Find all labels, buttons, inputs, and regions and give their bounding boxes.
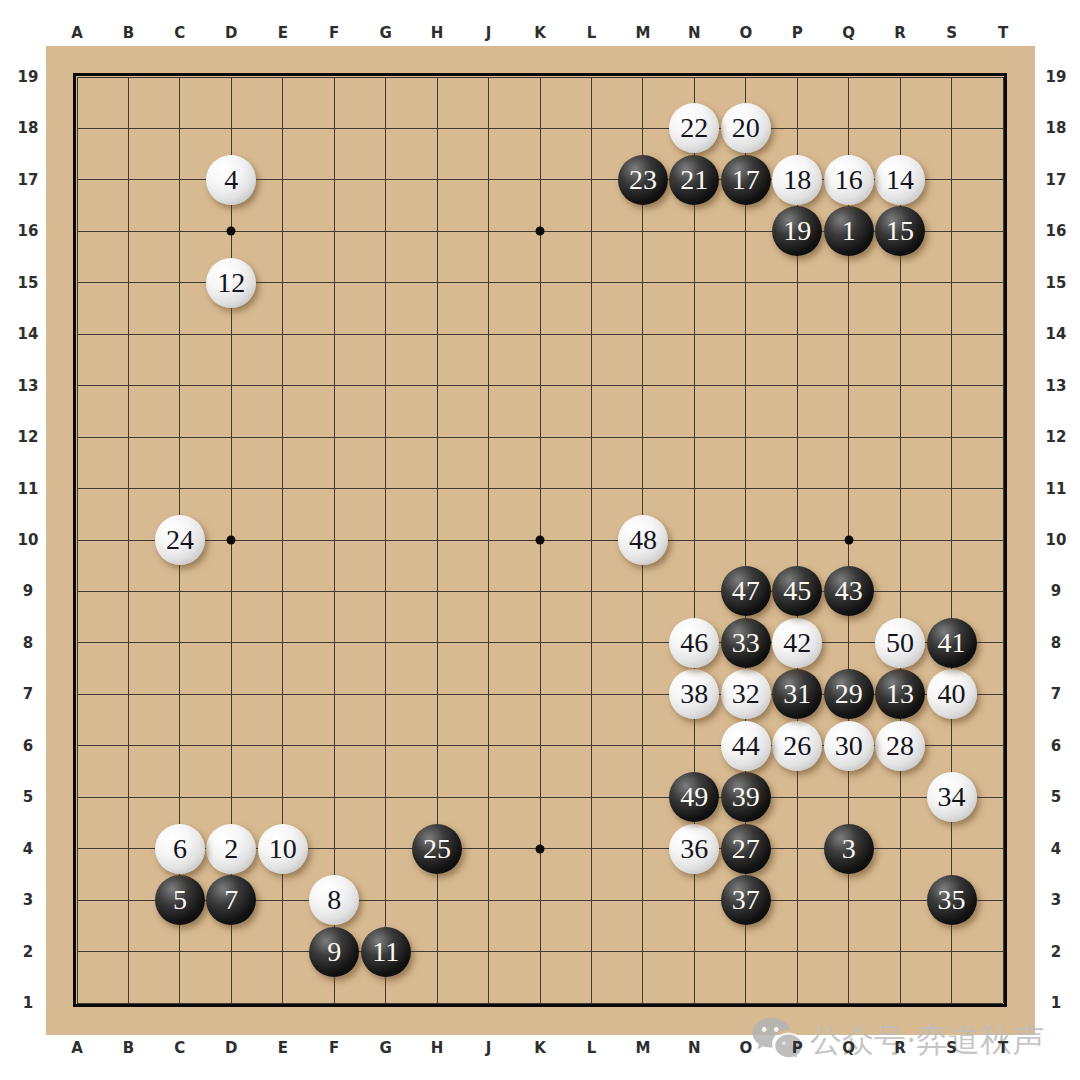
- move-number: 12: [217, 269, 245, 297]
- move-number: 47: [732, 577, 760, 605]
- stone-white: 22: [669, 103, 719, 153]
- row-label-left: 6: [23, 737, 33, 755]
- move-number: 33: [732, 629, 760, 657]
- row-label-right: 12: [1046, 428, 1067, 446]
- stone-white: 46: [669, 618, 719, 668]
- row-label-right: 2: [1051, 943, 1061, 961]
- move-number: 45: [783, 577, 811, 605]
- row-label-left: 16: [18, 222, 39, 240]
- row-label-left: 17: [18, 171, 39, 189]
- grid-line-horizontal: [77, 1003, 1003, 1004]
- stone-black: 17: [721, 155, 771, 205]
- column-label-top: K: [534, 24, 546, 42]
- move-number: 13: [886, 680, 914, 708]
- row-label-right: 9: [1051, 582, 1061, 600]
- column-label-bottom: P: [792, 1039, 803, 1057]
- move-number: 36: [680, 835, 708, 863]
- star-point: [536, 227, 545, 236]
- move-number: 26: [783, 732, 811, 760]
- grid-line-horizontal: [77, 797, 1003, 798]
- move-number: 44: [732, 732, 760, 760]
- row-label-left: 12: [18, 428, 39, 446]
- row-label-left: 10: [18, 531, 39, 549]
- move-number: 28: [886, 732, 914, 760]
- move-number: 6: [173, 835, 187, 863]
- star-point: [844, 536, 853, 545]
- move-number: 16: [835, 166, 863, 194]
- row-label-left: 4: [23, 840, 33, 858]
- move-number: 15: [886, 217, 914, 245]
- move-number: 2: [224, 835, 238, 863]
- stone-white: 42: [772, 618, 822, 668]
- row-label-right: 15: [1046, 274, 1067, 292]
- stone-black: 31: [772, 669, 822, 719]
- move-number: 10: [269, 835, 297, 863]
- row-label-left: 14: [18, 325, 39, 343]
- move-number: 3: [842, 835, 856, 863]
- grid-line-vertical: [1003, 77, 1004, 1003]
- row-label-right: 3: [1051, 891, 1061, 909]
- column-label-top: O: [739, 24, 752, 42]
- column-label-top: B: [123, 24, 134, 42]
- move-number: 18: [783, 166, 811, 194]
- stone-black: 29: [824, 669, 874, 719]
- column-label-top: P: [792, 24, 803, 42]
- column-label-top: T: [998, 24, 1008, 42]
- move-number: 43: [835, 577, 863, 605]
- move-number: 5: [173, 886, 187, 914]
- row-label-left: 13: [18, 377, 39, 395]
- row-label-right: 13: [1046, 377, 1067, 395]
- move-number: 31: [783, 680, 811, 708]
- move-number: 21: [680, 166, 708, 194]
- move-number: 7: [224, 886, 238, 914]
- row-label-left: 15: [18, 274, 39, 292]
- column-label-bottom: Q: [842, 1039, 855, 1057]
- column-label-top: C: [174, 24, 185, 42]
- column-label-top: D: [225, 24, 237, 42]
- stone-white: 28: [875, 721, 925, 771]
- stone-white: 30: [824, 721, 874, 771]
- column-label-bottom: A: [71, 1039, 83, 1057]
- row-label-right: 4: [1051, 840, 1061, 858]
- row-label-left: 11: [18, 480, 39, 498]
- star-point: [536, 844, 545, 853]
- move-number: 27: [732, 835, 760, 863]
- move-number: 32: [732, 680, 760, 708]
- stone-black: 43: [824, 566, 874, 616]
- row-label-right: 8: [1051, 634, 1061, 652]
- stone-black: 25: [412, 824, 462, 874]
- stone-white: 14: [875, 155, 925, 205]
- column-label-top: R: [894, 24, 906, 42]
- move-number: 24: [166, 526, 194, 554]
- stone-white: 26: [772, 721, 822, 771]
- column-label-bottom: D: [225, 1039, 237, 1057]
- row-label-left: 8: [23, 634, 33, 652]
- row-label-left: 5: [23, 788, 33, 806]
- column-label-top: E: [278, 24, 288, 42]
- move-number: 35: [938, 886, 966, 914]
- row-label-right: 19: [1046, 68, 1067, 86]
- column-label-top: Q: [842, 24, 855, 42]
- stone-white: 20: [721, 103, 771, 153]
- move-number: 49: [680, 783, 708, 811]
- move-number: 40: [938, 680, 966, 708]
- row-label-right: 6: [1051, 737, 1061, 755]
- row-label-right: 5: [1051, 788, 1061, 806]
- stone-black: 23: [618, 155, 668, 205]
- stone-white: 8: [309, 875, 359, 925]
- move-number: 20: [732, 114, 760, 142]
- stone-black: 13: [875, 669, 925, 719]
- column-label-bottom: G: [380, 1039, 392, 1057]
- stone-white: 10: [258, 824, 308, 874]
- grid-line-vertical: [591, 77, 592, 1003]
- column-label-bottom: R: [894, 1039, 906, 1057]
- row-label-left: 1: [23, 994, 33, 1012]
- column-label-top: M: [635, 24, 650, 42]
- row-label-left: 18: [18, 119, 39, 137]
- move-number: 19: [783, 217, 811, 245]
- move-number: 25: [423, 835, 451, 863]
- column-label-top: J: [486, 24, 492, 42]
- move-number: 46: [680, 629, 708, 657]
- row-label-left: 9: [23, 582, 33, 600]
- stone-black: 11: [361, 927, 411, 977]
- stone-black: 9: [309, 927, 359, 977]
- stone-white: 6: [155, 824, 205, 874]
- column-label-bottom: J: [486, 1039, 492, 1057]
- column-label-bottom: E: [278, 1039, 288, 1057]
- stone-black: 21: [669, 155, 719, 205]
- column-label-top: L: [587, 24, 597, 42]
- column-label-bottom: K: [534, 1039, 546, 1057]
- row-label-right: 11: [1046, 480, 1067, 498]
- row-label-left: 7: [23, 685, 33, 703]
- column-label-bottom: F: [329, 1039, 339, 1057]
- row-label-left: 19: [18, 68, 39, 86]
- row-label-left: 2: [23, 943, 33, 961]
- stone-black: 15: [875, 206, 925, 256]
- stone-white: 34: [927, 772, 977, 822]
- column-label-bottom: H: [431, 1039, 444, 1057]
- stone-black: 1: [824, 206, 874, 256]
- stone-white: 40: [927, 669, 977, 719]
- stone-white: 44: [721, 721, 771, 771]
- column-label-bottom: C: [174, 1039, 185, 1057]
- move-number: 38: [680, 680, 708, 708]
- stone-black: 33: [721, 618, 771, 668]
- move-number: 9: [327, 938, 341, 966]
- stone-black: 45: [772, 566, 822, 616]
- move-number: 34: [938, 783, 966, 811]
- column-label-bottom: M: [635, 1039, 650, 1057]
- column-label-top: N: [688, 24, 701, 42]
- stone-black: 35: [927, 875, 977, 925]
- column-label-bottom: L: [587, 1039, 597, 1057]
- move-number: 22: [680, 114, 708, 142]
- move-number: 1: [842, 217, 856, 245]
- move-number: 14: [886, 166, 914, 194]
- stone-white: 12: [206, 258, 256, 308]
- stone-white: 18: [772, 155, 822, 205]
- row-label-right: 18: [1046, 119, 1067, 137]
- row-label-right: 10: [1046, 531, 1067, 549]
- star-point: [227, 227, 236, 236]
- column-label-bottom: T: [998, 1039, 1008, 1057]
- stone-white: 16: [824, 155, 874, 205]
- row-label-right: 17: [1046, 171, 1067, 189]
- move-number: 11: [372, 938, 399, 966]
- stone-white: 2: [206, 824, 256, 874]
- move-number: 48: [629, 526, 657, 554]
- column-label-top: F: [329, 24, 339, 42]
- column-label-bottom: O: [739, 1039, 752, 1057]
- stone-black: 47: [721, 566, 771, 616]
- stone-white: 38: [669, 669, 719, 719]
- grid-line-horizontal: [77, 951, 1003, 952]
- column-label-top: A: [71, 24, 83, 42]
- move-number: 4: [224, 166, 238, 194]
- stone-black: 37: [721, 875, 771, 925]
- column-label-bottom: B: [123, 1039, 134, 1057]
- column-label-top: G: [380, 24, 392, 42]
- column-label-bottom: N: [688, 1039, 701, 1057]
- row-label-right: 16: [1046, 222, 1067, 240]
- go-diagram: 1234567891011121314151617181920212223242…: [0, 0, 1080, 1080]
- stone-white: 4: [206, 155, 256, 205]
- move-number: 39: [732, 783, 760, 811]
- row-label-left: 3: [23, 891, 33, 909]
- row-label-right: 1: [1051, 994, 1061, 1012]
- stone-black: 3: [824, 824, 874, 874]
- column-label-top: S: [946, 24, 957, 42]
- stone-black: 19: [772, 206, 822, 256]
- stone-white: 48: [618, 515, 668, 565]
- move-number: 41: [938, 629, 966, 657]
- grid-line-vertical: [951, 77, 952, 1003]
- move-number: 23: [629, 166, 657, 194]
- stone-black: 5: [155, 875, 205, 925]
- stone-white: 32: [721, 669, 771, 719]
- stone-white: 36: [669, 824, 719, 874]
- move-number: 29: [835, 680, 863, 708]
- grid-line-horizontal: [77, 642, 1003, 643]
- move-number: 37: [732, 886, 760, 914]
- column-label-top: H: [431, 24, 444, 42]
- goban: 1234567891011121314151617181920212223242…: [46, 46, 1035, 1035]
- stone-white: 24: [155, 515, 205, 565]
- star-point: [227, 536, 236, 545]
- stone-black: 39: [721, 772, 771, 822]
- stone-white: 50: [875, 618, 925, 668]
- stone-black: 7: [206, 875, 256, 925]
- row-label-right: 7: [1051, 685, 1061, 703]
- move-number: 30: [835, 732, 863, 760]
- move-number: 50: [886, 629, 914, 657]
- stone-black: 41: [927, 618, 977, 668]
- stone-black: 27: [721, 824, 771, 874]
- move-number: 17: [732, 166, 760, 194]
- column-label-bottom: S: [946, 1039, 957, 1057]
- row-label-right: 14: [1046, 325, 1067, 343]
- move-number: 8: [327, 886, 341, 914]
- stone-black: 49: [669, 772, 719, 822]
- move-number: 42: [783, 629, 811, 657]
- star-point: [536, 536, 545, 545]
